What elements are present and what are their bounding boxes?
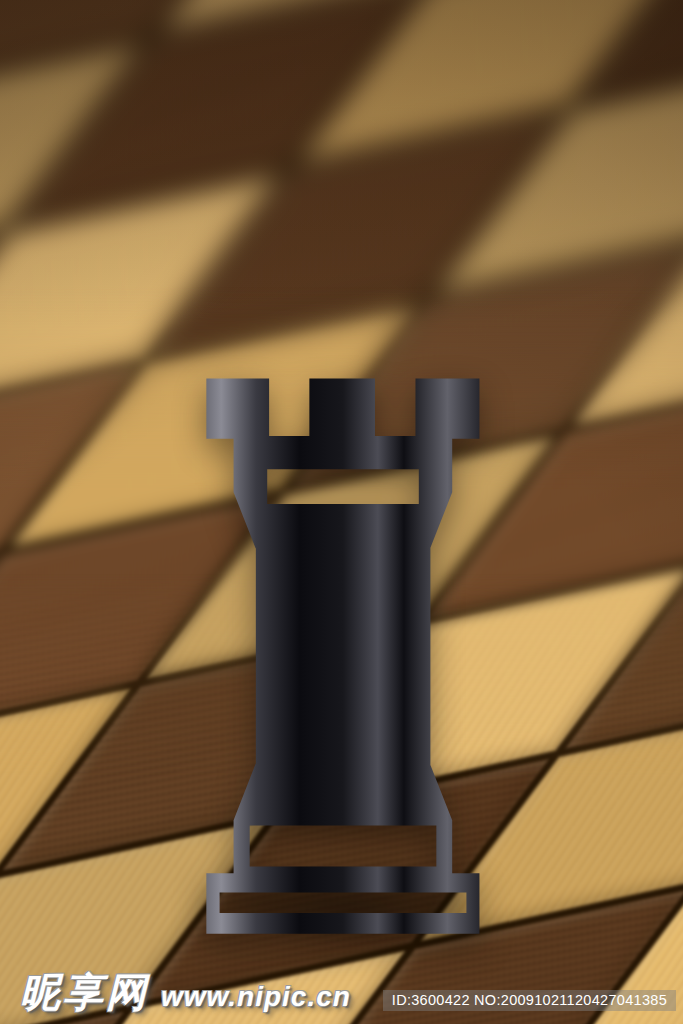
photo-scene: ♜ 昵享网 www.nipic.cn ID:3600422 NO:2009102… bbox=[0, 0, 683, 1024]
watermark-id-badge: ID:3600422 NO:20091021120427041385 bbox=[383, 990, 676, 1011]
watermark-site-name: 昵享网 bbox=[20, 965, 149, 1020]
black-rook-piece: ♜ bbox=[193, 413, 493, 958]
watermark-site: 昵享网 www.nipic.cn bbox=[20, 965, 351, 1020]
black-rook-glyph: ♜ bbox=[126, 227, 561, 1024]
watermark-site-url: www.nipic.cn bbox=[161, 981, 351, 1013]
